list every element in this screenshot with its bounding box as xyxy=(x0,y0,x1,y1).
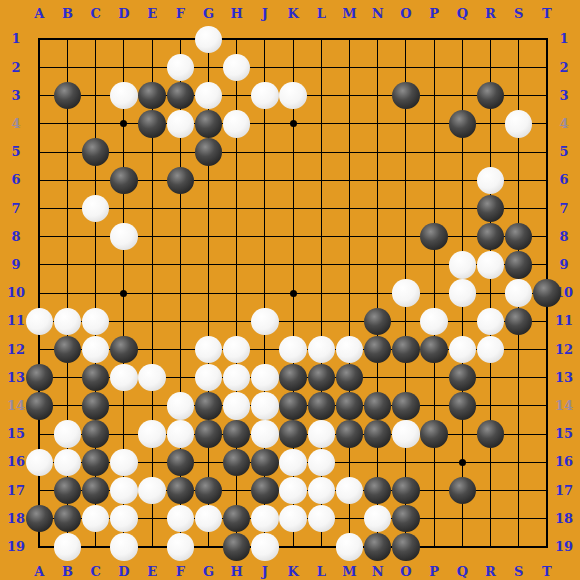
column-label-top: K xyxy=(283,7,303,21)
row-label-right: 6 xyxy=(551,173,577,187)
black-stone-N14[interactable] xyxy=(364,392,392,420)
row-label-left: 5 xyxy=(3,145,29,159)
white-stone-E17[interactable] xyxy=(138,477,166,505)
white-stone-F4[interactable] xyxy=(167,110,195,138)
black-stone-Q13[interactable] xyxy=(449,364,477,392)
column-label-top: P xyxy=(424,7,444,21)
white-stone-J19[interactable] xyxy=(251,533,279,561)
black-stone-G4[interactable] xyxy=(195,110,223,138)
black-stone-O14[interactable] xyxy=(392,392,420,420)
column-label-top: F xyxy=(170,7,190,21)
black-stone-N19[interactable] xyxy=(364,533,392,561)
column-label-bottom: H xyxy=(227,565,247,579)
row-label-left: 17 xyxy=(3,484,29,498)
white-stone-Q9[interactable] xyxy=(449,251,477,279)
black-stone-R15[interactable] xyxy=(477,420,505,448)
column-label-bottom: L xyxy=(311,565,331,579)
black-stone-D12[interactable] xyxy=(110,336,138,364)
row-label-left: 6 xyxy=(3,173,29,187)
black-stone-D6[interactable] xyxy=(110,167,138,195)
black-stone-H15[interactable] xyxy=(223,420,251,448)
row-label-right: 3 xyxy=(551,89,577,103)
black-stone-B3[interactable] xyxy=(54,82,82,110)
white-stone-C11[interactable] xyxy=(82,308,110,336)
white-stone-J14[interactable] xyxy=(251,392,279,420)
black-stone-S11[interactable] xyxy=(505,308,533,336)
white-stone-C18[interactable] xyxy=(82,505,110,533)
black-stone-S8[interactable] xyxy=(505,223,533,251)
column-label-bottom: P xyxy=(424,565,444,579)
column-label-top: O xyxy=(396,7,416,21)
column-label-bottom: F xyxy=(170,565,190,579)
black-stone-R3[interactable] xyxy=(477,82,505,110)
black-stone-K15[interactable] xyxy=(279,420,307,448)
white-stone-F2[interactable] xyxy=(167,54,195,82)
column-label-top: D xyxy=(114,7,134,21)
black-stone-B18[interactable] xyxy=(54,505,82,533)
white-stone-F15[interactable] xyxy=(167,420,195,448)
row-label-right: 15 xyxy=(551,427,577,441)
column-label-top: H xyxy=(227,7,247,21)
black-stone-O19[interactable] xyxy=(392,533,420,561)
grid-line-vertical xyxy=(434,38,435,548)
white-stone-O10[interactable] xyxy=(392,279,420,307)
white-stone-R9[interactable] xyxy=(477,251,505,279)
black-stone-P8[interactable] xyxy=(420,223,448,251)
white-stone-O15[interactable] xyxy=(392,420,420,448)
black-stone-O3[interactable] xyxy=(392,82,420,110)
white-stone-B15[interactable] xyxy=(54,420,82,448)
black-stone-B12[interactable] xyxy=(54,336,82,364)
column-label-bottom: D xyxy=(114,565,134,579)
row-label-right: 4 xyxy=(551,117,577,131)
white-stone-L18[interactable] xyxy=(308,505,336,533)
black-stone-K14[interactable] xyxy=(279,392,307,420)
black-stone-Q4[interactable] xyxy=(449,110,477,138)
row-label-left: 8 xyxy=(3,230,29,244)
row-label-left: 2 xyxy=(3,61,29,75)
black-stone-M15[interactable] xyxy=(336,420,364,448)
black-stone-T10[interactable] xyxy=(533,279,561,307)
black-stone-Q14[interactable] xyxy=(449,392,477,420)
column-label-bottom: T xyxy=(537,565,557,579)
black-stone-E3[interactable] xyxy=(138,82,166,110)
column-label-top: B xyxy=(58,7,78,21)
grid-line-vertical xyxy=(377,38,378,548)
white-stone-H13[interactable] xyxy=(223,364,251,392)
white-stone-B11[interactable] xyxy=(54,308,82,336)
black-stone-F17[interactable] xyxy=(167,477,195,505)
column-label-bottom: B xyxy=(58,565,78,579)
white-stone-H4[interactable] xyxy=(223,110,251,138)
white-stone-J15[interactable] xyxy=(251,420,279,448)
black-stone-A14[interactable] xyxy=(26,392,54,420)
black-stone-C13[interactable] xyxy=(82,364,110,392)
row-label-left: 7 xyxy=(3,202,29,216)
white-stone-K18[interactable] xyxy=(279,505,307,533)
black-stone-G17[interactable] xyxy=(195,477,223,505)
column-label-bottom: M xyxy=(340,565,360,579)
grid-line-vertical xyxy=(490,38,491,548)
white-stone-D8[interactable] xyxy=(110,223,138,251)
column-label-top: J xyxy=(255,7,275,21)
row-label-right: 1 xyxy=(551,32,577,46)
column-label-top: N xyxy=(368,7,388,21)
row-label-right: 2 xyxy=(551,61,577,75)
white-stone-J18[interactable] xyxy=(251,505,279,533)
column-label-bottom: K xyxy=(283,565,303,579)
column-label-bottom: R xyxy=(481,565,501,579)
column-label-top: M xyxy=(340,7,360,21)
white-stone-Q12[interactable] xyxy=(449,336,477,364)
column-label-bottom: A xyxy=(29,565,49,579)
white-stone-A11[interactable] xyxy=(26,308,54,336)
white-stone-S10[interactable] xyxy=(505,279,533,307)
white-stone-R11[interactable] xyxy=(477,308,505,336)
white-stone-D19[interactable] xyxy=(110,533,138,561)
black-stone-K13[interactable] xyxy=(279,364,307,392)
row-label-right: 7 xyxy=(551,202,577,216)
white-stone-L17[interactable] xyxy=(308,477,336,505)
white-stone-L15[interactable] xyxy=(308,420,336,448)
black-stone-C17[interactable] xyxy=(82,477,110,505)
black-stone-J16[interactable] xyxy=(251,449,279,477)
column-label-bottom: O xyxy=(396,565,416,579)
white-stone-G3[interactable] xyxy=(195,82,223,110)
white-stone-D3[interactable] xyxy=(110,82,138,110)
white-stone-A16[interactable] xyxy=(26,449,54,477)
row-label-right: 8 xyxy=(551,230,577,244)
black-stone-R8[interactable] xyxy=(477,223,505,251)
white-stone-P11[interactable] xyxy=(420,308,448,336)
column-label-bottom: S xyxy=(509,565,529,579)
column-label-top: G xyxy=(199,7,219,21)
black-stone-H18[interactable] xyxy=(223,505,251,533)
white-stone-L16[interactable] xyxy=(308,449,336,477)
go-board[interactable]: AABBCCDDEEFFGGHHJJKKLLMMNNOOPPQQRRSSTT11… xyxy=(0,0,580,580)
star-point xyxy=(120,120,127,127)
black-stone-M13[interactable] xyxy=(336,364,364,392)
row-label-left: 3 xyxy=(3,89,29,103)
white-stone-H12[interactable] xyxy=(223,336,251,364)
white-stone-J13[interactable] xyxy=(251,364,279,392)
column-label-top: L xyxy=(311,7,331,21)
black-stone-J17[interactable] xyxy=(251,477,279,505)
white-stone-K3[interactable] xyxy=(279,82,307,110)
star-point xyxy=(290,120,297,127)
column-label-bottom: C xyxy=(86,565,106,579)
white-stone-E13[interactable] xyxy=(138,364,166,392)
black-stone-C16[interactable] xyxy=(82,449,110,477)
black-stone-B17[interactable] xyxy=(54,477,82,505)
column-label-bottom: J xyxy=(255,565,275,579)
white-stone-L12[interactable] xyxy=(308,336,336,364)
white-stone-M17[interactable] xyxy=(336,477,364,505)
white-stone-B16[interactable] xyxy=(54,449,82,477)
white-stone-D17[interactable] xyxy=(110,477,138,505)
row-label-right: 14 xyxy=(551,399,577,413)
black-stone-S9[interactable] xyxy=(505,251,533,279)
white-stone-N18[interactable] xyxy=(364,505,392,533)
black-stone-A18[interactable] xyxy=(26,505,54,533)
white-stone-G12[interactable] xyxy=(195,336,223,364)
black-stone-C15[interactable] xyxy=(82,420,110,448)
star-point xyxy=(290,290,297,297)
black-stone-L13[interactable] xyxy=(308,364,336,392)
black-stone-O12[interactable] xyxy=(392,336,420,364)
black-stone-O18[interactable] xyxy=(392,505,420,533)
row-label-left: 1 xyxy=(3,32,29,46)
black-stone-P12[interactable] xyxy=(420,336,448,364)
white-stone-M19[interactable] xyxy=(336,533,364,561)
black-stone-F3[interactable] xyxy=(167,82,195,110)
black-stone-G14[interactable] xyxy=(195,392,223,420)
row-label-right: 12 xyxy=(551,343,577,357)
white-stone-F14[interactable] xyxy=(167,392,195,420)
white-stone-D18[interactable] xyxy=(110,505,138,533)
white-stone-M12[interactable] xyxy=(336,336,364,364)
grid-line-vertical xyxy=(349,38,350,548)
star-point xyxy=(120,290,127,297)
column-label-bottom: N xyxy=(368,565,388,579)
white-stone-C12[interactable] xyxy=(82,336,110,364)
white-stone-G18[interactable] xyxy=(195,505,223,533)
row-label-left: 4 xyxy=(3,117,29,131)
white-stone-J3[interactable] xyxy=(251,82,279,110)
black-stone-P15[interactable] xyxy=(420,420,448,448)
column-label-top: C xyxy=(86,7,106,21)
column-label-top: Q xyxy=(452,7,472,21)
white-stone-F18[interactable] xyxy=(167,505,195,533)
black-stone-R7[interactable] xyxy=(477,195,505,223)
row-label-right: 19 xyxy=(551,540,577,554)
star-point xyxy=(459,459,466,466)
black-stone-N12[interactable] xyxy=(364,336,392,364)
black-stone-E4[interactable] xyxy=(138,110,166,138)
white-stone-R12[interactable] xyxy=(477,336,505,364)
white-stone-R6[interactable] xyxy=(477,167,505,195)
column-label-top: R xyxy=(481,7,501,21)
white-stone-J11[interactable] xyxy=(251,308,279,336)
row-label-left: 15 xyxy=(3,427,29,441)
column-label-top: S xyxy=(509,7,529,21)
white-stone-H14[interactable] xyxy=(223,392,251,420)
row-label-right: 16 xyxy=(551,455,577,469)
black-stone-C5[interactable] xyxy=(82,138,110,166)
column-label-top: T xyxy=(537,7,557,21)
white-stone-B19[interactable] xyxy=(54,533,82,561)
grid-line-horizontal xyxy=(38,321,548,322)
black-stone-H16[interactable] xyxy=(223,449,251,477)
white-stone-Q10[interactable] xyxy=(449,279,477,307)
column-label-bottom: E xyxy=(142,565,162,579)
white-stone-K17[interactable] xyxy=(279,477,307,505)
row-label-right: 18 xyxy=(551,512,577,526)
black-stone-L14[interactable] xyxy=(308,392,336,420)
black-stone-N15[interactable] xyxy=(364,420,392,448)
column-label-bottom: Q xyxy=(452,565,472,579)
black-stone-Q17[interactable] xyxy=(449,477,477,505)
column-label-top: A xyxy=(29,7,49,21)
column-label-top: E xyxy=(142,7,162,21)
row-label-right: 11 xyxy=(551,314,577,328)
row-label-left: 12 xyxy=(3,343,29,357)
black-stone-F6[interactable] xyxy=(167,167,195,195)
white-stone-D16[interactable] xyxy=(110,449,138,477)
black-stone-G15[interactable] xyxy=(195,420,223,448)
white-stone-K12[interactable] xyxy=(279,336,307,364)
black-stone-M14[interactable] xyxy=(336,392,364,420)
black-stone-G5[interactable] xyxy=(195,138,223,166)
row-label-left: 10 xyxy=(3,286,29,300)
black-stone-C14[interactable] xyxy=(82,392,110,420)
white-stone-F19[interactable] xyxy=(167,533,195,561)
white-stone-K16[interactable] xyxy=(279,449,307,477)
white-stone-H2[interactable] xyxy=(223,54,251,82)
black-stone-N17[interactable] xyxy=(364,477,392,505)
column-label-bottom: G xyxy=(199,565,219,579)
white-stone-S4[interactable] xyxy=(505,110,533,138)
row-label-right: 17 xyxy=(551,484,577,498)
row-label-left: 19 xyxy=(3,540,29,554)
white-stone-C7[interactable] xyxy=(82,195,110,223)
row-label-right: 13 xyxy=(551,371,577,385)
white-stone-G1[interactable] xyxy=(195,26,223,54)
black-stone-F16[interactable] xyxy=(167,449,195,477)
white-stone-D13[interactable] xyxy=(110,364,138,392)
white-stone-G13[interactable] xyxy=(195,364,223,392)
row-label-right: 5 xyxy=(551,145,577,159)
black-stone-H19[interactable] xyxy=(223,533,251,561)
white-stone-E15[interactable] xyxy=(138,420,166,448)
black-stone-A13[interactable] xyxy=(26,364,54,392)
black-stone-O17[interactable] xyxy=(392,477,420,505)
row-label-left: 9 xyxy=(3,258,29,272)
black-stone-N11[interactable] xyxy=(364,308,392,336)
row-label-right: 9 xyxy=(551,258,577,272)
